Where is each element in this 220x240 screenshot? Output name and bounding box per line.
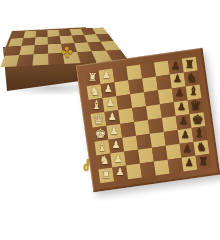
piece-bP: ♟ bbox=[175, 100, 189, 114]
piece-wP: ♟ bbox=[113, 165, 127, 179]
piece-bB: ♝ bbox=[192, 126, 206, 140]
board-cell bbox=[32, 54, 48, 66]
piece-wR: ♜ bbox=[86, 70, 100, 84]
piece-bN: ♞ bbox=[185, 71, 199, 85]
piece-wQ: ♛ bbox=[92, 112, 106, 126]
board-cell bbox=[16, 54, 33, 66]
piece-bQ: ♛ bbox=[189, 98, 203, 112]
closed-box-checkerboard bbox=[7, 28, 93, 50]
piece-wK: ♚ bbox=[93, 126, 107, 140]
piece-bN: ♞ bbox=[194, 140, 208, 154]
piece-bR: ♜ bbox=[196, 154, 210, 168]
piece-wN: ♞ bbox=[88, 84, 102, 98]
piece-wB: ♝ bbox=[90, 98, 104, 112]
piece-bP: ♟ bbox=[181, 142, 195, 156]
piece-bP: ♟ bbox=[169, 59, 183, 73]
piece-bB: ♝ bbox=[187, 84, 201, 98]
piece-bP: ♟ bbox=[177, 114, 191, 128]
piece-wP: ♟ bbox=[109, 138, 123, 152]
closed-box-lid bbox=[3, 27, 97, 52]
piece-wN: ♞ bbox=[97, 153, 111, 167]
piece-wP: ♟ bbox=[111, 152, 125, 166]
brass-latch-icon bbox=[82, 159, 91, 172]
piece-wB: ♝ bbox=[95, 140, 109, 154]
pieces-layer: ♜♟♟♜♞♟♟♞♝♟♟♝♛♟♟♛♚♟♟♚♝♟♟♝♞♟♟♞♜♟♟♜ bbox=[85, 57, 211, 183]
open-chess-board: ♜♟♟♜♞♟♟♞♝♟♟♝♛♟♟♛♚♟♟♚♝♟♟♝♞♟♟♞♜♟♟♜ bbox=[76, 48, 220, 193]
piece-bK: ♚ bbox=[190, 112, 204, 126]
piece-bP: ♟ bbox=[171, 72, 185, 86]
piece-bR: ♜ bbox=[183, 57, 197, 71]
piece-wP: ♟ bbox=[105, 110, 119, 124]
piece-bP: ♟ bbox=[179, 128, 193, 142]
piece-wR: ♜ bbox=[99, 167, 113, 181]
latch-ring bbox=[84, 164, 89, 171]
piece-wP: ♟ bbox=[107, 124, 121, 138]
piece-wP: ♟ bbox=[100, 68, 114, 82]
piece-wP: ♟ bbox=[101, 82, 115, 96]
brass-clasp-icon: ✤ bbox=[58, 43, 75, 62]
piece-bP: ♟ bbox=[173, 86, 187, 100]
piece-bP: ♟ bbox=[182, 156, 196, 170]
piece-wP: ♟ bbox=[103, 96, 117, 110]
